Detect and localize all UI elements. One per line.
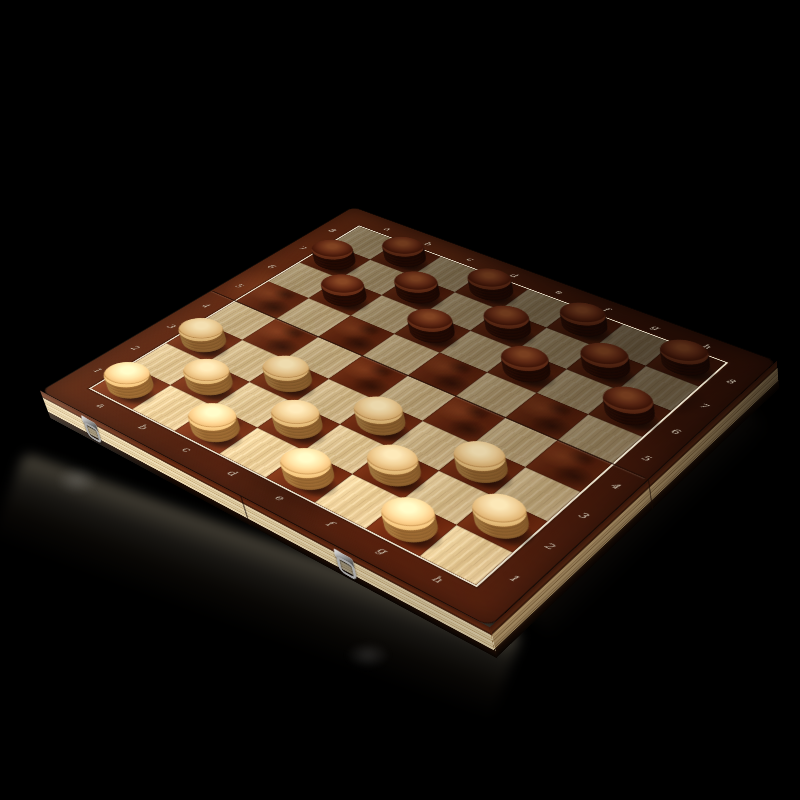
board-stage: aa88bb77cc66dd55ee44ff33gg22hh11 — [81, 107, 734, 645]
playing-area — [91, 227, 725, 585]
latch-reflection-right — [346, 642, 390, 668]
checkers-board: aa88bb77cc66dd55ee44ff33gg22hh11 — [41, 207, 777, 627]
latch-reflection-left — [56, 466, 98, 494]
product-photo-scene: aa88bb77cc66dd55ee44ff33gg22hh11 — [0, 0, 800, 800]
